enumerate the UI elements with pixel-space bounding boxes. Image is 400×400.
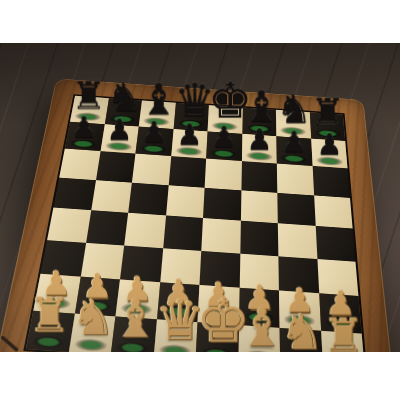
frame-seam-left	[0, 335, 19, 352]
chess-board: ♜♞♝♛♚♝♞♜♟♟♟♟♟♟♟♟♟♟♟♟♟♟♟♟♜♞♝♛♚♝♞♜	[26, 95, 365, 352]
square-g4	[278, 223, 317, 258]
square-a1: ♜	[26, 310, 75, 352]
square-a5	[53, 177, 95, 210]
black-pawn-f7: ♟	[242, 125, 277, 152]
square-h5	[314, 195, 353, 228]
square-h4	[315, 225, 355, 260]
bottom-white-band	[0, 352, 400, 400]
black-queen-d8: ♛	[174, 79, 208, 121]
square-a7: ♟	[65, 121, 105, 151]
black-pawn-e7: ♟	[207, 123, 242, 150]
square-d6	[168, 156, 206, 187]
square-b5	[91, 179, 132, 212]
chess-set-photo: ♜♞♝♛♚♝♞♜♟♟♟♟♟♟♟♟♟♟♟♟♟♟♟♟♜♞♝♛♚♝♞♜	[0, 0, 400, 400]
white-knight-g1: ♞	[280, 309, 322, 352]
square-g5	[277, 192, 315, 225]
square-c7: ♟	[135, 126, 173, 156]
white-queen-d1: ♛	[154, 294, 196, 346]
square-b4	[86, 210, 129, 245]
square-a6	[59, 148, 100, 179]
square-c4	[124, 212, 165, 247]
board-grid: ♜♞♝♛♚♝♞♜♟♟♟♟♟♟♟♟♟♟♟♟♟♟♟♟♜♞♝♛♚♝♞♜	[26, 95, 365, 352]
square-b6	[96, 151, 136, 182]
square-b1: ♞	[68, 313, 115, 352]
white-knight-b1: ♞	[70, 294, 112, 339]
scene: ♜♞♝♛♚♝♞♜♟♟♟♟♟♟♟♟♟♟♟♟♟♟♟♟♜♞♝♛♚♝♞♜	[0, 43, 400, 352]
black-pawn-b7: ♟	[102, 116, 137, 143]
square-e6	[205, 158, 242, 189]
square-f5	[240, 189, 277, 222]
square-h1: ♜	[321, 330, 365, 352]
white-bishop-c1: ♝	[112, 294, 154, 342]
black-pawn-d7: ♟	[172, 121, 207, 148]
square-f6	[241, 160, 277, 192]
square-a4	[47, 207, 91, 242]
square-d4	[163, 215, 203, 250]
black-pawn-c7: ♟	[137, 118, 172, 145]
square-b7: ♟	[100, 123, 139, 153]
black-pawn-a7: ♟	[67, 113, 102, 140]
square-d1: ♛	[153, 318, 197, 352]
square-g6	[277, 163, 314, 195]
white-king-e1: ♚	[196, 293, 238, 349]
black-rook-h8: ♜	[310, 95, 344, 130]
square-g7: ♟	[276, 135, 312, 165]
black-rook-a8: ♜	[72, 78, 106, 113]
square-c6	[132, 153, 171, 184]
square-e7: ♟	[206, 131, 242, 161]
black-bishop-c8: ♝	[140, 79, 174, 118]
square-d7: ♟	[171, 128, 208, 158]
square-e1: ♚	[195, 321, 238, 352]
photo-area: ♜♞♝♛♚♝♞♜♟♟♟♟♟♟♟♟♟♟♟♟♟♟♟♟♜♞♝♛♚♝♞♜	[0, 43, 400, 352]
square-c1: ♝	[111, 315, 157, 352]
square-e4	[201, 218, 240, 253]
square-g1: ♞	[280, 327, 323, 352]
black-knight-g8: ♞	[276, 91, 310, 128]
black-knight-b8: ♞	[106, 79, 140, 116]
white-rook-h1: ♜	[322, 314, 364, 352]
black-pawn-g7: ♟	[277, 128, 312, 155]
square-f7: ♟	[241, 133, 276, 163]
white-rook-a1: ♜	[29, 293, 71, 336]
black-pawn-h7: ♟	[312, 130, 347, 157]
square-e5	[203, 187, 241, 220]
square-d5	[166, 184, 205, 217]
square-h6	[312, 165, 350, 197]
square-h7: ♟	[311, 138, 348, 168]
top-white-band	[0, 0, 400, 43]
black-bishop-f8: ♝	[242, 86, 276, 125]
square-f4	[240, 220, 279, 255]
square-c5	[128, 182, 168, 215]
